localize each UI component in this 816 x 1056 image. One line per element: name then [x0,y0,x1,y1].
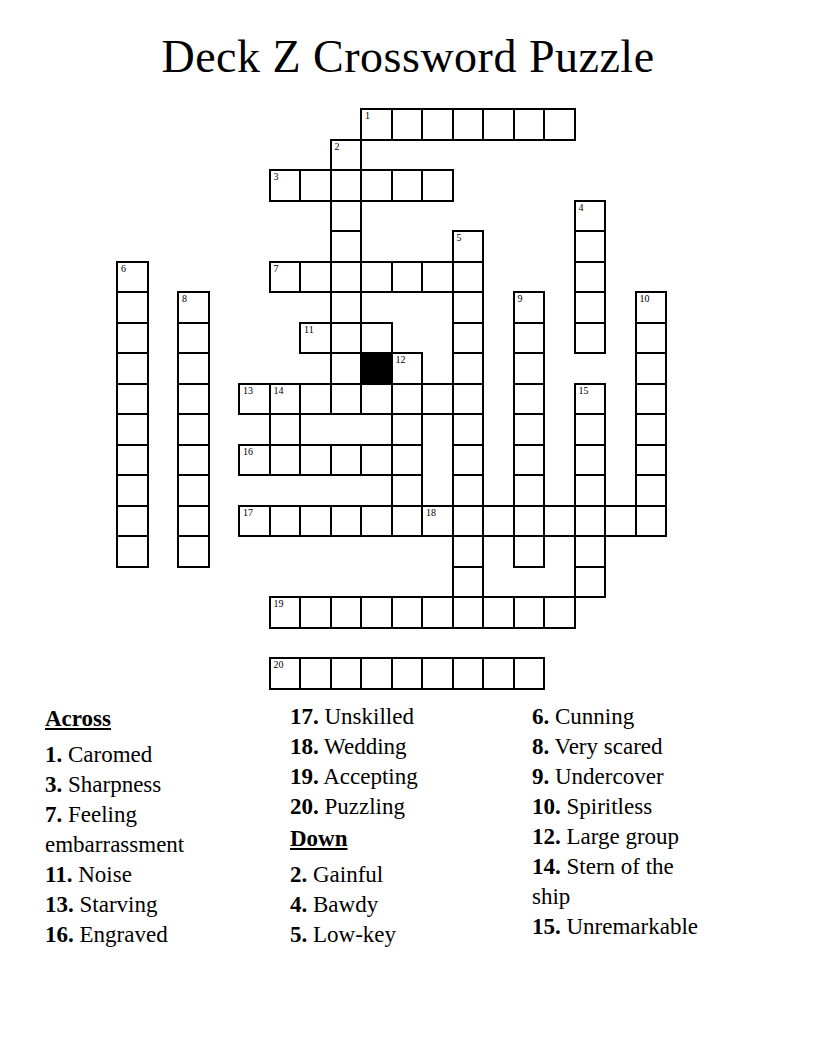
grid-cell[interactable] [513,444,546,477]
clue-text: Unskilled [325,704,414,729]
grid-cell[interactable] [452,291,485,324]
grid-cell[interactable] [177,383,210,416]
clue-text: Noise [78,862,132,887]
grid-cell[interactable] [543,108,576,141]
clue-text: Undercover [555,764,664,789]
grid-cell[interactable] [543,596,576,629]
grid-cell[interactable] [360,657,393,690]
grid-cell[interactable] [635,383,668,416]
grid-cell[interactable] [391,657,424,690]
clue-item: 19. Accepting [290,762,474,792]
clue-number: 15. [532,914,561,939]
clue-item: 1. Caromed [45,740,229,770]
clue-text: Low-key [313,922,396,947]
grid-cell[interactable] [452,108,485,141]
grid-cell[interactable] [574,535,607,568]
grid-cell[interactable] [421,383,454,416]
grid-cell[interactable]: 16 [238,444,271,477]
cell-number: 2 [335,142,340,152]
grid-cell[interactable]: 13 [238,383,271,416]
clue-number: 17. [290,704,319,729]
grid-cell[interactable] [116,383,149,416]
grid-cell[interactable] [177,474,210,507]
clue-item: 13. Starving [45,890,229,920]
grid-cell[interactable] [452,596,485,629]
clue-item: 16. Engraved [45,920,229,950]
grid-cell[interactable] [635,413,668,446]
clue-item: 14. Stern of the ship [532,852,716,912]
grid-cell[interactable] [330,169,363,202]
cell-number: 20 [274,660,284,670]
grid-cell[interactable]: 5 [452,230,485,263]
cell-number: 13 [243,386,253,396]
grid-cell[interactable] [330,352,363,385]
clue-text: Starving [80,892,158,917]
grid-cell[interactable] [360,505,393,538]
grid-cell[interactable] [574,566,607,599]
clue-number: 19. [290,764,319,789]
grid-cell[interactable]: 15 [574,383,607,416]
grid-cell[interactable] [452,474,485,507]
grid-cell[interactable] [421,657,454,690]
grid-cell[interactable] [116,352,149,385]
clue-header-text: Across [45,706,111,731]
grid-cell[interactable] [330,444,363,477]
grid-cell[interactable] [482,108,515,141]
clue-number: 8. [532,734,549,759]
clue-text: Cunning [555,704,634,729]
clue-number: 5. [290,922,307,947]
grid-cell[interactable] [513,322,546,355]
grid-cell[interactable] [330,261,363,294]
page: { "game": "crossword", "title": "Deck Z … [0,0,816,1056]
crossword-grid: 1234567891011121314151617181920 [116,108,669,692]
grid-cell[interactable]: 4 [574,200,607,233]
grid-cell[interactable] [330,596,363,629]
page-title: Deck Z Crossword Puzzle [0,30,816,83]
clue-number: 2. [290,862,307,887]
cell-number: 3 [274,172,279,182]
grid-cell[interactable] [543,505,576,538]
grid-cell[interactable] [116,413,149,446]
grid-cell[interactable] [391,444,424,477]
grid-cell[interactable] [452,352,485,385]
clue-item: 9. Undercover [532,762,716,792]
clue-item: 11. Noise [45,860,229,890]
cell-number: 5 [457,233,462,243]
grid-cell[interactable] [391,413,424,446]
grid-cell[interactable] [177,505,210,538]
clue-text: Very scared [555,734,663,759]
grid-cell[interactable] [391,505,424,538]
grid-cell[interactable] [360,169,393,202]
clue-text: Large group [567,824,680,849]
clue-item: 3. Sharpness [45,770,229,800]
grid-cell[interactable] [177,413,210,446]
clue-number: 9. [532,764,549,789]
grid-cell[interactable] [513,474,546,507]
grid-cell[interactable] [513,505,546,538]
grid-cell[interactable] [360,261,393,294]
grid-cell[interactable]: 3 [269,169,302,202]
grid-cell[interactable] [116,444,149,477]
clue-number: 18. [290,734,319,759]
grid-cell[interactable] [360,596,393,629]
grid-cell[interactable] [360,322,393,355]
clue-number: 1. [45,742,62,767]
grid-cell[interactable]: 17 [238,505,271,538]
grid-cell[interactable] [421,108,454,141]
clue-text: Feeling embarrassment [45,802,184,857]
grid-cell[interactable] [452,535,485,568]
grid-cell[interactable] [299,261,332,294]
clue-number: 14. [532,854,561,879]
clue-number: 4. [290,892,307,917]
grid-cell[interactable] [452,505,485,538]
grid-cell[interactable] [330,200,363,233]
clue-section-header: Across [45,704,229,734]
grid-cell[interactable] [177,352,210,385]
grid-cell[interactable] [452,322,485,355]
cell-number: 8 [182,294,187,304]
clue-column-2: 17. Unskilled18. Wedding19. Accepting20.… [290,702,474,950]
cell-number: 16 [243,447,253,457]
grid-cell[interactable] [391,474,424,507]
grid-cell[interactable] [574,291,607,324]
grid-cell[interactable] [574,505,607,538]
grid-cell[interactable] [635,444,668,477]
grid-cell[interactable] [421,169,454,202]
cell-number: 14 [274,386,284,396]
grid-cell[interactable] [360,383,393,416]
clue-text: Puzzling [325,794,406,819]
clue-header-text: Down [290,826,348,851]
clue-number: 10. [532,794,561,819]
grid-cell[interactable] [330,230,363,263]
grid-cell[interactable] [116,505,149,538]
grid-cell[interactable]: 11 [299,322,332,355]
clue-number: 12. [532,824,561,849]
grid-cell[interactable] [391,169,424,202]
grid-cell[interactable] [360,444,393,477]
cell-number: 6 [121,264,126,274]
clue-text: Unremarkable [567,914,699,939]
clue-section-header: Down [290,824,474,854]
clue-text: Accepting [323,764,418,789]
grid-cell[interactable] [116,535,149,568]
cell-number: 19 [274,599,284,609]
grid-cell[interactable] [482,505,515,538]
grid-cell[interactable] [635,505,668,538]
grid-cell[interactable] [574,444,607,477]
grid-cell[interactable] [513,108,546,141]
cell-number: 4 [579,203,584,213]
cell-number: 11 [304,325,314,335]
clue-item: 8. Very scared [532,732,716,762]
grid-cell[interactable]: 18 [421,505,454,538]
grid-cell[interactable] [635,352,668,385]
grid-cell[interactable]: 2 [330,139,363,172]
clue-item: 20. Puzzling [290,792,474,822]
clue-number: 6. [532,704,549,729]
grid-cell[interactable] [635,322,668,355]
grid-cell[interactable] [330,383,363,416]
grid-cell[interactable]: 14 [269,383,302,416]
grid-cell[interactable] [452,566,485,599]
grid-cell[interactable]: 9 [513,291,546,324]
grid-cell[interactable] [421,596,454,629]
clue-text: Bawdy [313,892,378,917]
clue-item: 17. Unskilled [290,702,474,732]
grid-cell[interactable] [116,474,149,507]
grid-cell[interactable] [513,657,546,690]
grid-cell[interactable] [330,291,363,324]
grid-cell[interactable] [574,474,607,507]
grid-cell[interactable] [177,322,210,355]
grid-cell[interactable] [391,383,424,416]
grid-cell[interactable] [452,413,485,446]
grid-cell[interactable]: 6 [116,261,149,294]
grid-cell[interactable] [330,505,363,538]
cell-number: 17 [243,508,253,518]
grid-cell[interactable] [177,535,210,568]
grid-cell[interactable] [116,322,149,355]
clue-item: 2. Gainful [290,860,474,890]
grid-cell[interactable] [513,352,546,385]
cell-number: 1 [365,111,370,121]
cell-number: 12 [396,355,406,365]
clue-text: Spiritless [567,794,653,819]
grid-cell[interactable] [269,505,302,538]
clue-item: 18. Wedding [290,732,474,762]
clue-text: Engraved [80,922,168,947]
grid-cell[interactable] [116,291,149,324]
clue-number: 13. [45,892,74,917]
grid-cell[interactable] [391,596,424,629]
grid-cell[interactable] [421,261,454,294]
clue-number: 3. [45,772,62,797]
grid-cell[interactable] [299,596,332,629]
clue-item: 5. Low-key [290,920,474,950]
grid-cell[interactable] [299,444,332,477]
grid-cell[interactable] [299,383,332,416]
grid-cell[interactable] [452,261,485,294]
cell-number: 7 [274,264,279,274]
grid-cell[interactable] [513,535,546,568]
clue-item: 6. Cunning [532,702,716,732]
grid-cell[interactable]: 12 [391,352,424,385]
grid-cell[interactable] [391,108,424,141]
clue-item: 12. Large group [532,822,716,852]
grid-cell[interactable] [604,505,637,538]
grid-cell[interactable] [299,169,332,202]
cell-number: 15 [579,386,589,396]
cell-number: 9 [518,294,523,304]
grid-cell[interactable] [452,383,485,416]
grid-cell[interactable] [574,322,607,355]
grid-cell[interactable] [635,474,668,507]
grid-cell[interactable] [299,657,332,690]
clue-item: 15. Unremarkable [532,912,716,942]
grid-cell[interactable] [269,444,302,477]
grid-cell[interactable] [513,596,546,629]
grid-cell[interactable]: 8 [177,291,210,324]
clue-text: Gainful [313,862,383,887]
grid-cell[interactable] [482,596,515,629]
grid-cell[interactable] [574,261,607,294]
clue-item: 4. Bawdy [290,890,474,920]
grid-cell[interactable]: 10 [635,291,668,324]
grid-cell[interactable] [330,657,363,690]
clue-text: Wedding [324,734,406,759]
grid-cell[interactable]: 7 [269,261,302,294]
cell-number: 18 [426,508,436,518]
clue-number: 20. [290,794,319,819]
grid-cell[interactable] [574,230,607,263]
black-cell [360,352,393,385]
grid-cell[interactable]: 1 [360,108,393,141]
grid-cell[interactable] [574,413,607,446]
clue-text: Sharpness [68,772,161,797]
grid-cell[interactable] [177,444,210,477]
grid-cell[interactable] [299,505,332,538]
grid-cell[interactable]: 20 [269,657,302,690]
grid-cell[interactable] [330,322,363,355]
clue-column-1: Across1. Caromed3. Sharpness7. Feeling e… [45,702,229,950]
grid-cell[interactable] [513,383,546,416]
clue-number: 16. [45,922,74,947]
clue-column-3: 6. Cunning8. Very scared9. Undercover10.… [532,702,716,942]
clue-text: Caromed [68,742,152,767]
cell-number: 10 [640,294,650,304]
grid-cell[interactable] [513,413,546,446]
grid-cell[interactable]: 19 [269,596,302,629]
grid-cell[interactable] [452,444,485,477]
clue-number: 7. [45,802,62,827]
clue-item: 10. Spiritless [532,792,716,822]
clue-item: 7. Feeling embarrassment [45,800,229,860]
grid-cell[interactable] [269,413,302,446]
grid-cell[interactable] [391,261,424,294]
grid-cell[interactable] [452,657,485,690]
grid-cell[interactable] [482,657,515,690]
clue-number: 11. [45,862,72,887]
